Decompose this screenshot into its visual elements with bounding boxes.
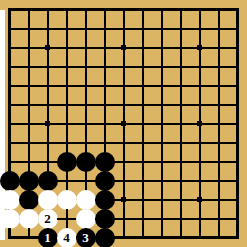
- black-stone: [95, 171, 115, 191]
- grid-line-v: [47, 76, 49, 95]
- intersection-c8-r1[interactable]: [152, 19, 171, 38]
- intersection-c3-r6[interactable]: [57, 114, 76, 133]
- intersection-c12-r7[interactable]: [228, 133, 247, 152]
- intersection-c4-r7[interactable]: [76, 133, 95, 152]
- intersection-c8-r10[interactable]: [152, 190, 171, 209]
- intersection-c1-r12[interactable]: [19, 228, 38, 247]
- grid-line-v: [236, 114, 239, 133]
- intersection-c1-r7[interactable]: [19, 133, 38, 152]
- intersection-c9-r5[interactable]: [171, 95, 190, 114]
- intersection-c8-r9[interactable]: [152, 171, 171, 190]
- intersection-c7-r0[interactable]: [133, 0, 152, 19]
- intersection-c11-r7[interactable]: [209, 133, 228, 152]
- grid-line-v: [8, 8, 11, 20]
- intersection-c11-r5[interactable]: [209, 95, 228, 114]
- intersection-c4-r12[interactable]: 3: [76, 228, 95, 247]
- intersection-c7-r8[interactable]: [133, 152, 152, 171]
- white-stone: [76, 190, 96, 210]
- grid-line-v: [236, 76, 239, 95]
- intersection-c0-r5[interactable]: [0, 95, 19, 114]
- grid-line-v: [28, 57, 30, 76]
- grid-line-v: [142, 19, 144, 38]
- intersection-c6-r6[interactable]: [114, 114, 133, 133]
- grid-line-v: [8, 152, 11, 171]
- intersection-c1-r8[interactable]: [19, 152, 38, 171]
- grid-line-v: [85, 57, 87, 76]
- intersection-c10-r5[interactable]: [190, 95, 209, 114]
- intersection-c10-r0[interactable]: [190, 0, 209, 19]
- star-point: [121, 121, 126, 126]
- grid-line-v: [236, 38, 239, 57]
- intersection-c8-r7[interactable]: [152, 133, 171, 152]
- intersection-c11-r2[interactable]: [209, 38, 228, 57]
- grid-line-v: [161, 57, 163, 76]
- grid-line-v: [28, 114, 30, 133]
- intersection-c2-r7[interactable]: [38, 133, 57, 152]
- grid-line-v: [161, 133, 163, 152]
- intersection-c6-r2[interactable]: [114, 38, 133, 57]
- intersection-c8-r5[interactable]: [152, 95, 171, 114]
- intersection-c9-r10[interactable]: [171, 190, 190, 209]
- grid-line-v: [123, 57, 125, 76]
- black-stone: [57, 152, 77, 172]
- grid-line-v: [142, 76, 144, 95]
- grid-line-v: [161, 19, 163, 38]
- intersection-c7-r2[interactable]: [133, 38, 152, 57]
- intersection-c10-r2[interactable]: [190, 38, 209, 57]
- intersection-c10-r12[interactable]: [190, 228, 209, 247]
- grid-line-v: [123, 19, 125, 38]
- grid-line-v: [161, 209, 163, 228]
- intersection-c2-r5[interactable]: [38, 95, 57, 114]
- intersection-c8-r6[interactable]: [152, 114, 171, 133]
- grid-line-v: [28, 228, 30, 239]
- grid-line-v: [142, 57, 144, 76]
- intersection-c4-r10[interactable]: [76, 190, 95, 209]
- grid-line-v: [66, 95, 68, 114]
- grid-line-v: [161, 114, 163, 133]
- intersection-c7-r7[interactable]: [133, 133, 152, 152]
- intersection-c0-r12[interactable]: [0, 228, 19, 247]
- intersection-c2-r1[interactable]: [38, 19, 57, 38]
- grid-line-v: [85, 95, 87, 114]
- grid-line-v: [180, 38, 182, 57]
- intersection-c7-r9[interactable]: [133, 171, 152, 190]
- white-stone: 4: [57, 228, 77, 247]
- intersection-c12-r8[interactable]: [228, 152, 247, 171]
- intersection-c12-r12[interactable]: [228, 228, 247, 247]
- intersection-c2-r12[interactable]: 1: [38, 228, 57, 247]
- intersection-c9-r12[interactable]: [171, 228, 190, 247]
- intersection-c8-r8[interactable]: [152, 152, 171, 171]
- intersection-c4-r1[interactable]: [76, 19, 95, 38]
- intersection-c9-r2[interactable]: [171, 38, 190, 57]
- grid-line-v: [161, 190, 163, 209]
- grid-line-v: [66, 114, 68, 133]
- intersection-c8-r3[interactable]: [152, 57, 171, 76]
- intersection-c6-r9[interactable]: [114, 171, 133, 190]
- grid-line-v: [47, 95, 49, 114]
- intersection-c10-r8[interactable]: [190, 152, 209, 171]
- intersection-c0-r11[interactable]: [0, 209, 19, 228]
- black-stone: [95, 209, 115, 229]
- grid-line-v: [8, 38, 11, 57]
- intersection-c7-r6[interactable]: [133, 114, 152, 133]
- star-point: [197, 197, 202, 202]
- intersection-c11-r0[interactable]: [209, 0, 228, 19]
- grid-line-v: [180, 209, 182, 228]
- intersection-c4-r9[interactable]: [76, 171, 95, 190]
- intersection-c6-r3[interactable]: [114, 57, 133, 76]
- grid-line-v: [218, 209, 220, 228]
- intersection-c6-r8[interactable]: [114, 152, 133, 171]
- grid-line-v: [161, 95, 163, 114]
- grid-line-v: [180, 76, 182, 95]
- intersection-c5-r10[interactable]: [95, 190, 114, 209]
- intersection-c3-r5[interactable]: [57, 95, 76, 114]
- grid-line-v: [85, 171, 87, 190]
- intersection-c9-r1[interactable]: [171, 19, 190, 38]
- intersection-c2-r10[interactable]: [38, 190, 57, 209]
- grid-line-v: [142, 228, 144, 239]
- grid-line-v: [28, 76, 30, 95]
- grid-line-v: [199, 228, 201, 239]
- grid-line-v: [180, 19, 182, 38]
- intersection-c2-r8[interactable]: [38, 152, 57, 171]
- grid-line-v: [218, 171, 220, 190]
- intersection-c5-r7[interactable]: [95, 133, 114, 152]
- intersection-c8-r2[interactable]: [152, 38, 171, 57]
- grid-line-v: [236, 209, 239, 228]
- intersection-c11-r3[interactable]: [209, 57, 228, 76]
- star-point: [197, 45, 202, 50]
- grid-line-v: [123, 95, 125, 114]
- intersection-c10-r10[interactable]: [190, 190, 209, 209]
- grid-line-v: [85, 38, 87, 57]
- intersection-c10-r6[interactable]: [190, 114, 209, 133]
- intersection-c7-r11[interactable]: [133, 209, 152, 228]
- intersection-c11-r9[interactable]: [209, 171, 228, 190]
- grid-line-v: [218, 152, 220, 171]
- grid-line-v: [123, 133, 125, 152]
- grid-line-v: [85, 76, 87, 95]
- intersection-c0-r3[interactable]: [0, 57, 19, 76]
- intersection-c1-r0[interactable]: [19, 0, 38, 19]
- black-stone: 3: [76, 228, 96, 247]
- intersection-c3-r9[interactable]: [57, 171, 76, 190]
- intersection-c10-r3[interactable]: [190, 57, 209, 76]
- grid-line-v: [28, 95, 30, 114]
- grid-line-v: [85, 19, 87, 38]
- intersection-c3-r11[interactable]: [57, 209, 76, 228]
- intersection-c11-r4[interactable]: [209, 76, 228, 95]
- intersection-c6-r4[interactable]: [114, 76, 133, 95]
- star-point: [197, 121, 202, 126]
- grid-line-v: [218, 8, 220, 20]
- white-stone: 2: [38, 209, 58, 229]
- intersection-c12-r9[interactable]: [228, 171, 247, 190]
- star-point: [121, 45, 126, 50]
- intersection-c7-r1[interactable]: [133, 19, 152, 38]
- grid-line-v: [142, 133, 144, 152]
- intersection-c12-r3[interactable]: [228, 57, 247, 76]
- grid-line-v: [142, 171, 144, 190]
- intersection-c10-r9[interactable]: [190, 171, 209, 190]
- intersection-c6-r0[interactable]: [114, 0, 133, 19]
- intersection-c8-r4[interactable]: [152, 76, 171, 95]
- intersection-c9-r6[interactable]: [171, 114, 190, 133]
- grid-line-v: [236, 8, 239, 20]
- grid-line-v: [199, 133, 201, 152]
- grid-line-v: [180, 8, 182, 20]
- intersection-c1-r1[interactable]: [19, 19, 38, 38]
- grid-line-v: [66, 19, 68, 38]
- grid-line-v: [180, 95, 182, 114]
- intersection-c3-r1[interactable]: [57, 19, 76, 38]
- grid-line-v: [66, 133, 68, 152]
- star-point: [45, 45, 50, 50]
- intersection-c12-r11[interactable]: [228, 209, 247, 228]
- grid-line-v: [180, 133, 182, 152]
- black-stone: [38, 171, 58, 191]
- intersection-c5-r12[interactable]: [95, 228, 114, 247]
- grid-line-v: [180, 228, 182, 239]
- intersection-c8-r11[interactable]: [152, 209, 171, 228]
- intersection-c8-r0[interactable]: [152, 0, 171, 19]
- grid-line-v: [66, 171, 68, 190]
- intersection-c11-r10[interactable]: [209, 190, 228, 209]
- grid-line-v: [8, 228, 11, 239]
- grid-line-v: [66, 8, 68, 20]
- intersection-c12-r6[interactable]: [228, 114, 247, 133]
- intersection-c5-r2[interactable]: [95, 38, 114, 57]
- intersection-c3-r12[interactable]: 4: [57, 228, 76, 247]
- intersection-c3-r10[interactable]: [57, 190, 76, 209]
- intersection-c5-r9[interactable]: [95, 171, 114, 190]
- grid-line-v: [66, 57, 68, 76]
- grid-line-v: [161, 152, 163, 171]
- go-diagram: 2143: [0, 0, 247, 247]
- go-board: 2143: [0, 0, 247, 247]
- black-stone: 1: [38, 228, 58, 247]
- intersection-c10-r11[interactable]: [190, 209, 209, 228]
- intersection-c11-r1[interactable]: [209, 19, 228, 38]
- intersection-c4-r5[interactable]: [76, 95, 95, 114]
- white-stone: [0, 190, 20, 210]
- intersection-c9-r8[interactable]: [171, 152, 190, 171]
- intersection-c1-r3[interactable]: [19, 57, 38, 76]
- intersection-c11-r11[interactable]: [209, 209, 228, 228]
- grid-line-v: [161, 171, 163, 190]
- grid-line-v: [218, 228, 220, 239]
- grid-line-v: [142, 114, 144, 133]
- grid-line-v: [142, 209, 144, 228]
- intersection-c12-r2[interactable]: [228, 38, 247, 57]
- intersection-c9-r0[interactable]: [171, 0, 190, 19]
- grid-line-v: [180, 171, 182, 190]
- grid-line-v: [142, 152, 144, 171]
- grid-line-v: [218, 95, 220, 114]
- intersection-c4-r4[interactable]: [76, 76, 95, 95]
- grid-line-v: [199, 152, 201, 171]
- intersection-c0-r7[interactable]: [0, 133, 19, 152]
- grid-line-v: [8, 95, 11, 114]
- grid-line-v: [236, 171, 239, 190]
- grid-line-v: [8, 133, 11, 152]
- black-stone: [95, 228, 115, 247]
- grid-line-v: [199, 57, 201, 76]
- intersection-c1-r5[interactable]: [19, 95, 38, 114]
- intersection-c0-r2[interactable]: [0, 38, 19, 57]
- intersection-c1-r10[interactable]: [19, 190, 38, 209]
- white-stone: [57, 190, 77, 210]
- intersection-c4-r3[interactable]: [76, 57, 95, 76]
- grid-line-v: [161, 228, 163, 239]
- intersection-c0-r10[interactable]: [0, 190, 19, 209]
- intersection-c5-r3[interactable]: [95, 57, 114, 76]
- grid-line-v: [123, 209, 125, 228]
- intersection-c7-r10[interactable]: [133, 190, 152, 209]
- intersection-c11-r6[interactable]: [209, 114, 228, 133]
- intersection-c2-r3[interactable]: [38, 57, 57, 76]
- grid-line-v: [104, 114, 106, 133]
- grid-line-v: [85, 133, 87, 152]
- intersection-c10-r7[interactable]: [190, 133, 209, 152]
- intersection-c1-r9[interactable]: [19, 171, 38, 190]
- intersection-c8-r12[interactable]: [152, 228, 171, 247]
- intersection-c5-r4[interactable]: [95, 76, 114, 95]
- intersection-c12-r10[interactable]: [228, 190, 247, 209]
- intersection-c10-r4[interactable]: [190, 76, 209, 95]
- intersection-c5-r0[interactable]: [95, 0, 114, 19]
- grid-line-v: [47, 19, 49, 38]
- grid-line-v: [236, 190, 239, 209]
- black-stone: [0, 171, 20, 191]
- intersection-c5-r6[interactable]: [95, 114, 114, 133]
- intersection-c4-r0[interactable]: [76, 0, 95, 19]
- intersection-c12-r0[interactable]: [228, 0, 247, 19]
- grid-line-v: [142, 8, 144, 20]
- grid-line-v: [218, 76, 220, 95]
- grid-line-v: [161, 38, 163, 57]
- intersection-c0-r8[interactable]: [0, 152, 19, 171]
- intersection-c6-r11[interactable]: [114, 209, 133, 228]
- grid-line-v: [104, 38, 106, 57]
- intersection-c2-r2[interactable]: [38, 38, 57, 57]
- intersection-c9-r4[interactable]: [171, 76, 190, 95]
- intersection-c9-r9[interactable]: [171, 171, 190, 190]
- grid-line-v: [104, 57, 106, 76]
- intersection-c4-r6[interactable]: [76, 114, 95, 133]
- intersection-c3-r8[interactable]: [57, 152, 76, 171]
- intersection-c4-r2[interactable]: [76, 38, 95, 57]
- intersection-c0-r6[interactable]: [0, 114, 19, 133]
- intersection-c11-r12[interactable]: [209, 228, 228, 247]
- intersection-c1-r6[interactable]: [19, 114, 38, 133]
- grid-line-v: [236, 95, 239, 114]
- intersection-c2-r9[interactable]: [38, 171, 57, 190]
- grid-line-v: [85, 8, 87, 20]
- black-stone: [19, 190, 39, 210]
- intersection-c4-r11[interactable]: [76, 209, 95, 228]
- intersection-c5-r11[interactable]: [95, 209, 114, 228]
- grid-line-v: [28, 133, 30, 152]
- intersection-c3-r4[interactable]: [57, 76, 76, 95]
- grid-line-v: [85, 114, 87, 133]
- intersection-c3-r2[interactable]: [57, 38, 76, 57]
- intersection-c9-r3[interactable]: [171, 57, 190, 76]
- grid-line-v: [8, 19, 11, 38]
- grid-line-v: [104, 133, 106, 152]
- black-stone: [76, 152, 96, 172]
- grid-line-v: [47, 57, 49, 76]
- grid-line-v: [180, 57, 182, 76]
- intersection-c3-r0[interactable]: [57, 0, 76, 19]
- intersection-c3-r3[interactable]: [57, 57, 76, 76]
- intersection-c10-r1[interactable]: [190, 19, 209, 38]
- grid-line-v: [123, 228, 125, 239]
- intersection-c0-r1[interactable]: [0, 19, 19, 38]
- intersection-c1-r11[interactable]: [19, 209, 38, 228]
- intersection-c12-r4[interactable]: [228, 76, 247, 95]
- grid-line-v: [180, 190, 182, 209]
- intersection-c6-r7[interactable]: [114, 133, 133, 152]
- grid-line-v: [161, 8, 163, 20]
- grid-line-v: [8, 114, 11, 133]
- grid-line-v: [66, 38, 68, 57]
- intersection-c6-r10[interactable]: [114, 190, 133, 209]
- intersection-c7-r4[interactable]: [133, 76, 152, 95]
- intersection-c11-r8[interactable]: [209, 152, 228, 171]
- intersection-c6-r5[interactable]: [114, 95, 133, 114]
- intersection-c2-r0[interactable]: [38, 0, 57, 19]
- intersection-c3-r7[interactable]: [57, 133, 76, 152]
- intersection-c7-r12[interactable]: [133, 228, 152, 247]
- intersection-c12-r1[interactable]: [228, 19, 247, 38]
- intersection-c5-r5[interactable]: [95, 95, 114, 114]
- intersection-c12-r5[interactable]: [228, 95, 247, 114]
- intersection-c4-r8[interactable]: [76, 152, 95, 171]
- grid-line-v: [218, 38, 220, 57]
- intersection-c0-r0[interactable]: [0, 0, 19, 19]
- intersection-c6-r12[interactable]: [114, 228, 133, 247]
- intersection-c2-r11[interactable]: 2: [38, 209, 57, 228]
- intersection-c1-r2[interactable]: [19, 38, 38, 57]
- intersection-c5-r1[interactable]: [95, 19, 114, 38]
- intersection-c6-r1[interactable]: [114, 19, 133, 38]
- move-number-label: 1: [44, 231, 51, 244]
- intersection-c5-r8[interactable]: [95, 152, 114, 171]
- intersection-c1-r4[interactable]: [19, 76, 38, 95]
- intersection-c0-r4[interactable]: [0, 76, 19, 95]
- grid-line-v: [123, 152, 125, 171]
- grid-line-v: [218, 133, 220, 152]
- intersection-c7-r5[interactable]: [133, 95, 152, 114]
- move-number-label: 3: [82, 231, 89, 244]
- intersection-c7-r3[interactable]: [133, 57, 152, 76]
- grid-line-v: [104, 19, 106, 38]
- intersection-c9-r11[interactable]: [171, 209, 190, 228]
- grid-line-v: [218, 19, 220, 38]
- intersection-c2-r4[interactable]: [38, 76, 57, 95]
- grid-line-v: [199, 8, 201, 20]
- grid-line-v: [199, 19, 201, 38]
- intersection-c9-r7[interactable]: [171, 133, 190, 152]
- grid-line-v: [218, 190, 220, 209]
- intersection-c2-r6[interactable]: [38, 114, 57, 133]
- intersection-c0-r9[interactable]: [0, 171, 19, 190]
- grid-line-v: [28, 38, 30, 57]
